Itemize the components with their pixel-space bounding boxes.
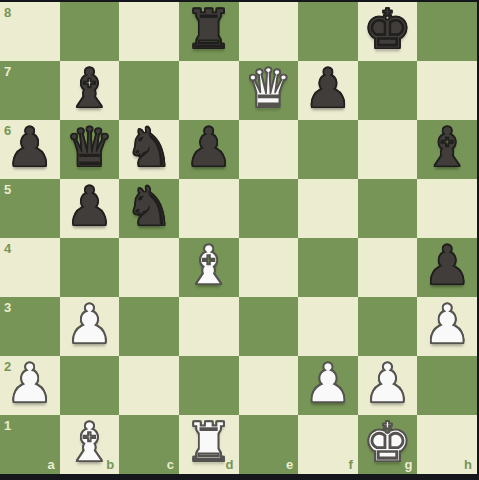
square-g4[interactable] [358, 238, 418, 297]
chess-board[interactable]: 8♜♚7♝♛♟6♟♛♞♟♝5♟♞4♝♟3♟♟2♟♟♟1ab♝cd♜efg♚h [0, 2, 479, 474]
file-label-f: f [348, 458, 352, 471]
square-h4[interactable]: ♟ [417, 238, 477, 297]
square-d7[interactable] [179, 61, 239, 120]
black-bishop[interactable]: ♝ [65, 62, 113, 116]
square-c1[interactable]: c [119, 415, 179, 474]
black-pawn[interactable]: ♟ [6, 121, 54, 175]
square-d6[interactable]: ♟ [179, 120, 239, 179]
white-queen[interactable]: ♛ [244, 62, 292, 116]
black-pawn[interactable]: ♟ [65, 180, 113, 234]
square-h6[interactable]: ♝ [417, 120, 477, 179]
square-g1[interactable]: g♚ [358, 415, 418, 474]
square-c4[interactable] [119, 238, 179, 297]
file-label-h: h [464, 458, 472, 471]
square-h3[interactable]: ♟ [417, 297, 477, 356]
square-h1[interactable]: h [417, 415, 477, 474]
square-d8[interactable]: ♜ [179, 2, 239, 61]
square-a4[interactable]: 4 [0, 238, 60, 297]
square-d5[interactable] [179, 179, 239, 238]
black-queen[interactable]: ♛ [65, 121, 113, 175]
square-c7[interactable] [119, 61, 179, 120]
square-d3[interactable] [179, 297, 239, 356]
black-knight[interactable]: ♞ [125, 180, 173, 234]
square-g5[interactable] [358, 179, 418, 238]
square-h2[interactable] [417, 356, 477, 415]
square-a1[interactable]: 1a [0, 415, 60, 474]
square-b8[interactable] [60, 2, 120, 61]
black-pawn[interactable]: ♟ [304, 62, 352, 116]
square-f3[interactable] [298, 297, 358, 356]
square-h8[interactable] [417, 2, 477, 61]
square-g3[interactable] [358, 297, 418, 356]
white-bishop[interactable]: ♝ [184, 239, 232, 293]
square-b7[interactable]: ♝ [60, 61, 120, 120]
file-label-a: a [47, 458, 54, 471]
square-b2[interactable] [60, 356, 120, 415]
file-label-c: c [167, 458, 174, 471]
square-g7[interactable] [358, 61, 418, 120]
square-b1[interactable]: b♝ [60, 415, 120, 474]
square-a7[interactable]: 7 [0, 61, 60, 120]
square-g2[interactable]: ♟ [358, 356, 418, 415]
square-e2[interactable] [239, 356, 299, 415]
square-e6[interactable] [239, 120, 299, 179]
square-f5[interactable] [298, 179, 358, 238]
square-f8[interactable] [298, 2, 358, 61]
square-e5[interactable] [239, 179, 299, 238]
square-a8[interactable]: 8 [0, 2, 60, 61]
square-b4[interactable] [60, 238, 120, 297]
square-b6[interactable]: ♛ [60, 120, 120, 179]
square-c8[interactable] [119, 2, 179, 61]
black-king[interactable]: ♚ [363, 3, 411, 57]
white-pawn[interactable]: ♟ [423, 298, 471, 352]
square-b3[interactable]: ♟ [60, 297, 120, 356]
white-king[interactable]: ♚ [363, 416, 411, 470]
square-d4[interactable]: ♝ [179, 238, 239, 297]
square-e7[interactable]: ♛ [239, 61, 299, 120]
square-c5[interactable]: ♞ [119, 179, 179, 238]
rank-label-1: 1 [4, 419, 11, 432]
rank-label-4: 4 [4, 242, 11, 255]
black-pawn[interactable]: ♟ [423, 239, 471, 293]
square-h5[interactable] [417, 179, 477, 238]
square-e8[interactable] [239, 2, 299, 61]
white-bishop[interactable]: ♝ [65, 416, 113, 470]
chess-app-frame: 8♜♚7♝♛♟6♟♛♞♟♝5♟♞4♝♟3♟♟2♟♟♟1ab♝cd♜efg♚h [0, 0, 479, 480]
square-a5[interactable]: 5 [0, 179, 60, 238]
square-c6[interactable]: ♞ [119, 120, 179, 179]
black-bishop[interactable]: ♝ [423, 121, 471, 175]
white-pawn[interactable]: ♟ [304, 357, 352, 411]
rank-label-8: 8 [4, 6, 11, 19]
frame-bottom-strip [0, 474, 479, 480]
rank-label-3: 3 [4, 301, 11, 314]
square-c2[interactable] [119, 356, 179, 415]
square-d2[interactable] [179, 356, 239, 415]
white-pawn[interactable]: ♟ [363, 357, 411, 411]
square-g6[interactable] [358, 120, 418, 179]
square-f7[interactable]: ♟ [298, 61, 358, 120]
black-rook[interactable]: ♜ [184, 3, 232, 57]
square-f2[interactable]: ♟ [298, 356, 358, 415]
square-a3[interactable]: 3 [0, 297, 60, 356]
square-g8[interactable]: ♚ [358, 2, 418, 61]
square-d1[interactable]: d♜ [179, 415, 239, 474]
square-a6[interactable]: 6♟ [0, 120, 60, 179]
rank-label-5: 5 [4, 183, 11, 196]
square-b5[interactable]: ♟ [60, 179, 120, 238]
square-e1[interactable]: e [239, 415, 299, 474]
white-rook[interactable]: ♜ [184, 416, 232, 470]
square-c3[interactable] [119, 297, 179, 356]
white-pawn[interactable]: ♟ [6, 357, 54, 411]
black-knight[interactable]: ♞ [125, 121, 173, 175]
square-e4[interactable] [239, 238, 299, 297]
square-h7[interactable] [417, 61, 477, 120]
square-f6[interactable] [298, 120, 358, 179]
square-f4[interactable] [298, 238, 358, 297]
black-pawn[interactable]: ♟ [184, 121, 232, 175]
square-e3[interactable] [239, 297, 299, 356]
file-label-e: e [286, 458, 293, 471]
square-a2[interactable]: 2♟ [0, 356, 60, 415]
square-f1[interactable]: f [298, 415, 358, 474]
white-pawn[interactable]: ♟ [65, 298, 113, 352]
rank-label-7: 7 [4, 65, 11, 78]
